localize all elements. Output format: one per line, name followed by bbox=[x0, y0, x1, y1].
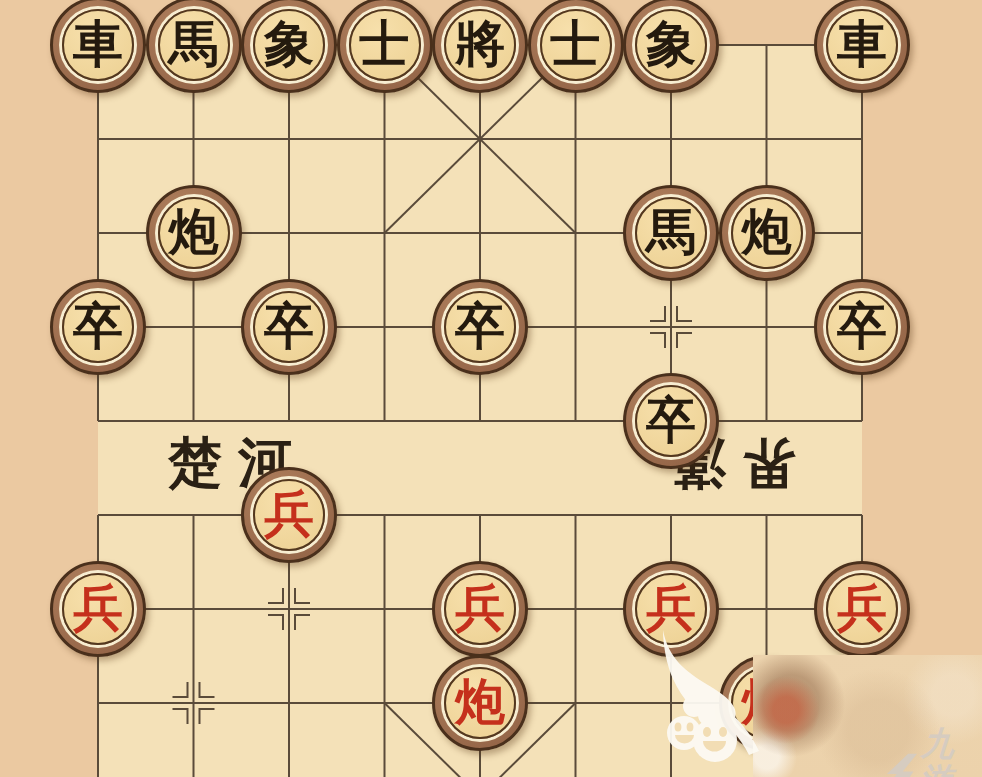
piece-black-cannon[interactable]: 炮 bbox=[719, 185, 815, 281]
piece-character: 炮 bbox=[742, 207, 792, 257]
piece-character: 象 bbox=[646, 19, 696, 69]
piece-face: 兵 bbox=[444, 573, 516, 645]
jiuyou-bolt-icon bbox=[878, 751, 917, 777]
piece-face: 卒 bbox=[635, 385, 707, 457]
stroller-watermark-icon bbox=[638, 618, 773, 777]
piece-character: 兵 bbox=[455, 583, 505, 633]
piece-red-soldier[interactable]: 兵 bbox=[50, 561, 146, 657]
piece-black-chariot[interactable]: 車 bbox=[50, 0, 146, 93]
piece-character: 兵 bbox=[73, 583, 123, 633]
piece-black-soldier[interactable]: 卒 bbox=[432, 279, 528, 375]
piece-character: 兵 bbox=[837, 583, 887, 633]
piece-face: 兵 bbox=[62, 573, 134, 645]
piece-black-advisor[interactable]: 士 bbox=[337, 0, 433, 93]
piece-black-soldier[interactable]: 卒 bbox=[623, 373, 719, 469]
piece-character: 卒 bbox=[264, 301, 314, 351]
piece-black-chariot[interactable]: 車 bbox=[814, 0, 910, 93]
piece-face: 卒 bbox=[826, 291, 898, 363]
piece-face: 炮 bbox=[444, 667, 516, 739]
piece-character: 卒 bbox=[646, 395, 696, 445]
piece-character: 炮 bbox=[455, 677, 505, 727]
piece-face: 兵 bbox=[826, 573, 898, 645]
jiuyou-logo-text: 九游 bbox=[917, 726, 982, 777]
piece-face: 象 bbox=[635, 9, 707, 81]
piece-character: 馬 bbox=[169, 19, 219, 69]
piece-character: 將 bbox=[455, 19, 505, 69]
piece-black-soldier[interactable]: 卒 bbox=[50, 279, 146, 375]
piece-character: 卒 bbox=[837, 301, 887, 351]
piece-face: 象 bbox=[253, 9, 325, 81]
piece-character: 炮 bbox=[169, 207, 219, 257]
piece-black-elephant[interactable]: 象 bbox=[241, 0, 337, 93]
piece-red-soldier[interactable]: 兵 bbox=[432, 561, 528, 657]
piece-face: 兵 bbox=[253, 479, 325, 551]
piece-black-horse[interactable]: 馬 bbox=[146, 0, 242, 93]
piece-black-elephant[interactable]: 象 bbox=[623, 0, 719, 93]
piece-black-general[interactable]: 將 bbox=[432, 0, 528, 93]
jiuyou-logo: 九游 bbox=[878, 726, 982, 777]
piece-face: 炮 bbox=[731, 197, 803, 269]
piece-red-soldier[interactable]: 兵 bbox=[814, 561, 910, 657]
piece-face: 卒 bbox=[444, 291, 516, 363]
piece-face: 炮 bbox=[158, 197, 230, 269]
piece-face: 卒 bbox=[62, 291, 134, 363]
piece-face: 馬 bbox=[158, 9, 230, 81]
piece-character: 車 bbox=[837, 19, 887, 69]
piece-character: 馬 bbox=[646, 207, 696, 257]
piece-face: 車 bbox=[826, 9, 898, 81]
piece-character: 士 bbox=[360, 19, 410, 69]
piece-face: 馬 bbox=[635, 197, 707, 269]
piece-face: 士 bbox=[540, 9, 612, 81]
piece-black-cannon[interactable]: 炮 bbox=[146, 185, 242, 281]
piece-red-cannon[interactable]: 炮 bbox=[432, 655, 528, 751]
piece-face: 士 bbox=[349, 9, 421, 81]
piece-character: 象 bbox=[264, 19, 314, 69]
piece-character: 士 bbox=[551, 19, 601, 69]
piece-character: 車 bbox=[73, 19, 123, 69]
piece-character: 卒 bbox=[73, 301, 123, 351]
piece-black-soldier[interactable]: 卒 bbox=[241, 279, 337, 375]
piece-character: 兵 bbox=[264, 489, 314, 539]
piece-character: 卒 bbox=[455, 301, 505, 351]
piece-face: 卒 bbox=[253, 291, 325, 363]
piece-face: 將 bbox=[444, 9, 516, 81]
piece-black-horse[interactable]: 馬 bbox=[623, 185, 719, 281]
piece-black-soldier[interactable]: 卒 bbox=[814, 279, 910, 375]
piece-face: 車 bbox=[62, 9, 134, 81]
page-background: 楚河 漢界 車馬象士將士象車炮馬炮卒卒卒卒卒兵兵兵兵兵炮炮 九游 bbox=[0, 0, 982, 777]
piece-red-soldier[interactable]: 兵 bbox=[241, 467, 337, 563]
piece-black-advisor[interactable]: 士 bbox=[528, 0, 624, 93]
